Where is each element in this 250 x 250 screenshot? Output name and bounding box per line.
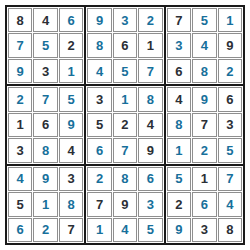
sudoku-box-1: 846752931	[7, 7, 84, 84]
cell-r7c1[interactable]: 4	[8, 167, 32, 191]
cell-r3c1[interactable]: 9	[8, 59, 32, 83]
cell-r3c5[interactable]: 5	[113, 59, 137, 83]
cell-r9c3[interactable]: 7	[59, 218, 83, 242]
cell-r7c3[interactable]: 3	[59, 167, 83, 191]
cell-r7c8[interactable]: 1	[192, 167, 216, 191]
cell-r6c1[interactable]: 3	[8, 138, 32, 162]
cell-r3c9[interactable]: 2	[218, 59, 242, 83]
cell-r9c8[interactable]: 3	[192, 218, 216, 242]
cell-r2c1[interactable]: 7	[8, 33, 32, 57]
sudoku-box-8: 286793145	[86, 166, 163, 243]
cell-r8c9[interactable]: 4	[218, 192, 242, 216]
cell-r4c2[interactable]: 7	[33, 87, 57, 111]
cell-r5c8[interactable]: 7	[192, 113, 216, 137]
cell-r6c8[interactable]: 2	[192, 138, 216, 162]
cell-r2c5[interactable]: 6	[113, 33, 137, 57]
cell-r8c4[interactable]: 7	[87, 192, 111, 216]
cell-r7c2[interactable]: 9	[33, 167, 57, 191]
cell-r3c6[interactable]: 7	[138, 59, 162, 83]
cell-r4c1[interactable]: 2	[8, 87, 32, 111]
cell-r7c5[interactable]: 8	[113, 167, 137, 191]
cell-r1c9[interactable]: 1	[218, 8, 242, 32]
cell-r6c5[interactable]: 7	[113, 138, 137, 162]
sudoku-box-2: 932861457	[86, 7, 163, 84]
cell-r6c4[interactable]: 6	[87, 138, 111, 162]
cell-r3c4[interactable]: 4	[87, 59, 111, 83]
cell-r1c4[interactable]: 9	[87, 8, 111, 32]
cell-r7c4[interactable]: 2	[87, 167, 111, 191]
cell-r7c9[interactable]: 7	[218, 167, 242, 191]
cell-r4c9[interactable]: 6	[218, 87, 242, 111]
cell-r8c8[interactable]: 6	[192, 192, 216, 216]
page: 8467529319328614577513496822751693843185…	[0, 0, 250, 250]
cell-r2c4[interactable]: 8	[87, 33, 111, 57]
cell-r8c2[interactable]: 1	[33, 192, 57, 216]
sudoku-box-5: 318524679	[86, 86, 163, 163]
cell-r2c8[interactable]: 4	[192, 33, 216, 57]
cell-r4c6[interactable]: 8	[138, 87, 162, 111]
cell-r5c4[interactable]: 5	[87, 113, 111, 137]
sudoku-board: 8467529319328614577513496822751693843185…	[5, 5, 245, 245]
sudoku-box-6: 496873125	[166, 86, 243, 163]
cell-r5c6[interactable]: 4	[138, 113, 162, 137]
cell-r5c9[interactable]: 3	[218, 113, 242, 137]
cell-r7c6[interactable]: 6	[138, 167, 162, 191]
cell-r9c1[interactable]: 6	[8, 218, 32, 242]
cell-r9c2[interactable]: 2	[33, 218, 57, 242]
cell-r5c3[interactable]: 9	[59, 113, 83, 137]
cell-r1c8[interactable]: 5	[192, 8, 216, 32]
cell-r1c1[interactable]: 8	[8, 8, 32, 32]
cell-r1c6[interactable]: 2	[138, 8, 162, 32]
sudoku-box-4: 275169384	[7, 86, 84, 163]
cell-r9c4[interactable]: 1	[87, 218, 111, 242]
cell-r1c3[interactable]: 6	[59, 8, 83, 32]
cell-r2c6[interactable]: 1	[138, 33, 162, 57]
cell-r1c5[interactable]: 3	[113, 8, 137, 32]
cell-r5c5[interactable]: 2	[113, 113, 137, 137]
cell-r9c7[interactable]: 9	[167, 218, 191, 242]
cell-r6c6[interactable]: 9	[138, 138, 162, 162]
cell-r2c3[interactable]: 2	[59, 33, 83, 57]
cell-r4c7[interactable]: 4	[167, 87, 191, 111]
cell-r8c3[interactable]: 8	[59, 192, 83, 216]
cell-r5c7[interactable]: 8	[167, 113, 191, 137]
cell-r4c8[interactable]: 9	[192, 87, 216, 111]
sudoku-box-3: 751349682	[166, 7, 243, 84]
cell-r2c9[interactable]: 9	[218, 33, 242, 57]
cell-r9c5[interactable]: 4	[113, 218, 137, 242]
cell-r9c9[interactable]: 8	[218, 218, 242, 242]
cell-r6c3[interactable]: 4	[59, 138, 83, 162]
cell-r6c7[interactable]: 1	[167, 138, 191, 162]
cell-r1c2[interactable]: 4	[33, 8, 57, 32]
cell-r7c7[interactable]: 5	[167, 167, 191, 191]
cell-r8c7[interactable]: 2	[167, 192, 191, 216]
cell-r3c8[interactable]: 8	[192, 59, 216, 83]
cell-r8c6[interactable]: 3	[138, 192, 162, 216]
cell-r4c5[interactable]: 1	[113, 87, 137, 111]
cell-r6c9[interactable]: 5	[218, 138, 242, 162]
cell-r2c7[interactable]: 3	[167, 33, 191, 57]
sudoku-box-9: 517264938	[166, 166, 243, 243]
cell-r2c2[interactable]: 5	[33, 33, 57, 57]
cell-r6c2[interactable]: 8	[33, 138, 57, 162]
cell-r8c5[interactable]: 9	[113, 192, 137, 216]
cell-r3c3[interactable]: 1	[59, 59, 83, 83]
cell-r1c7[interactable]: 7	[167, 8, 191, 32]
cell-r3c2[interactable]: 3	[33, 59, 57, 83]
sudoku-box-7: 493518627	[7, 166, 84, 243]
cell-r3c7[interactable]: 6	[167, 59, 191, 83]
cell-r5c2[interactable]: 6	[33, 113, 57, 137]
cell-r4c4[interactable]: 3	[87, 87, 111, 111]
cell-r9c6[interactable]: 5	[138, 218, 162, 242]
cell-r4c3[interactable]: 5	[59, 87, 83, 111]
cell-r5c1[interactable]: 1	[8, 113, 32, 137]
cell-r8c1[interactable]: 5	[8, 192, 32, 216]
